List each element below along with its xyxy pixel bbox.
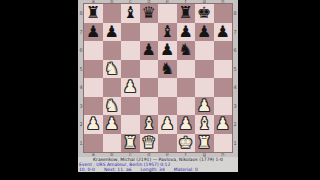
square-f8: ♜	[177, 4, 196, 23]
square-d2: ♝	[140, 115, 159, 134]
square-g3: ♟	[195, 97, 214, 116]
square-g5	[195, 60, 214, 79]
last-move: 10. 0-0	[79, 167, 95, 172]
square-c1: ♜	[121, 134, 140, 153]
square-h6	[214, 41, 233, 60]
square-b6	[103, 41, 122, 60]
black-rook-piece: ♜	[84, 4, 103, 23]
file-labels-bottom: abcdefgh	[84, 152, 232, 156]
rank-label-3: 3	[79, 97, 83, 116]
game-length: Length: 34	[141, 167, 165, 172]
rank-label-5: 5	[79, 60, 83, 79]
white-pawn-piece: ♟	[177, 115, 196, 134]
rank-label-5: 5	[233, 60, 237, 79]
square-e8	[158, 4, 177, 23]
white-queen-piece: ♛	[140, 134, 159, 153]
black-knight-piece: ♞	[158, 60, 177, 79]
black-pawn-piece: ♟	[177, 23, 196, 42]
black-pawn-piece: ♟	[214, 23, 233, 42]
square-a6	[84, 41, 103, 60]
square-d5	[140, 60, 159, 79]
square-e6: ♟	[158, 41, 177, 60]
square-c6	[121, 41, 140, 60]
black-bishop-piece: ♝	[158, 23, 177, 42]
black-knight-piece: ♞	[177, 41, 196, 60]
square-f6: ♞	[177, 41, 196, 60]
square-e7: ♝	[158, 23, 177, 42]
rank-label-6: 6	[79, 41, 83, 60]
rank-label-7: 7	[79, 23, 83, 42]
square-f5	[177, 60, 196, 79]
square-g1: ♜	[195, 134, 214, 153]
white-rook-piece: ♜	[121, 134, 140, 153]
square-a7: ♟	[84, 23, 103, 42]
video-frame: abcdefgh abcdefgh 87654321 87654321 ♜♝♛♜…	[0, 0, 320, 180]
square-d3	[140, 97, 159, 116]
black-queen-piece: ♛	[140, 4, 159, 23]
black-bishop-piece: ♝	[121, 4, 140, 23]
square-a5	[84, 60, 103, 79]
square-d7	[140, 23, 159, 42]
rank-label-8: 8	[233, 4, 237, 23]
square-c2	[121, 115, 140, 134]
square-g8: ♚	[195, 4, 214, 23]
square-a1	[84, 134, 103, 153]
square-h8	[214, 4, 233, 23]
square-g6	[195, 41, 214, 60]
square-f1: ♚	[177, 134, 196, 153]
square-d1: ♛	[140, 134, 159, 153]
white-pawn-piece: ♟	[158, 115, 177, 134]
white-knight-piece: ♞	[103, 60, 122, 79]
square-g4	[195, 78, 214, 97]
white-pawn-piece: ♟	[121, 78, 140, 97]
rank-labels-left: 87654321	[79, 4, 83, 152]
square-e2: ♟	[158, 115, 177, 134]
square-e5: ♞	[158, 60, 177, 79]
next-move: Next: 11. a6	[104, 167, 132, 172]
game-caption: Krasenkow, Michal (2191) — Pavlova, Niko…	[78, 157, 238, 172]
square-c8: ♝	[121, 4, 140, 23]
square-h1	[214, 134, 233, 153]
square-d8: ♛	[140, 4, 159, 23]
square-c7	[121, 23, 140, 42]
square-a4	[84, 78, 103, 97]
black-pawn-piece: ♟	[195, 23, 214, 42]
square-c5	[121, 60, 140, 79]
move-info-line: 10. 0-0 Next: 11. a6 Length: 34 Material…	[79, 167, 238, 172]
white-pawn-piece: ♟	[103, 115, 122, 134]
white-rook-piece: ♜	[195, 134, 214, 153]
square-h3	[214, 97, 233, 116]
square-h4	[214, 78, 233, 97]
chess-board: ♜♝♛♜♚♟♟♝♟♟♟♟♟♞♞♞♟♞♟♟♟♝♟♟♝♟♜♛♚♜	[84, 4, 232, 152]
white-king-piece: ♚	[177, 134, 196, 153]
letterbox-right	[238, 0, 320, 180]
letterbox-left	[0, 0, 78, 180]
square-a3	[84, 97, 103, 116]
square-e3	[158, 97, 177, 116]
square-d6: ♟	[140, 41, 159, 60]
white-pawn-piece: ♟	[214, 115, 233, 134]
square-e1	[158, 134, 177, 153]
square-b4	[103, 78, 122, 97]
material-balance: Material: 0	[174, 167, 198, 172]
rank-label-2: 2	[79, 115, 83, 134]
square-f3	[177, 97, 196, 116]
square-h7: ♟	[214, 23, 233, 42]
square-b1	[103, 134, 122, 153]
square-f2: ♟	[177, 115, 196, 134]
black-pawn-piece: ♟	[158, 41, 177, 60]
square-a2: ♟	[84, 115, 103, 134]
square-f7: ♟	[177, 23, 196, 42]
black-rook-piece: ♜	[177, 4, 196, 23]
rank-label-6: 6	[233, 41, 237, 60]
black-pawn-piece: ♟	[103, 23, 122, 42]
square-h5	[214, 60, 233, 79]
black-pawn-piece: ♟	[84, 23, 103, 42]
rank-label-4: 4	[79, 78, 83, 97]
rank-label-7: 7	[233, 23, 237, 42]
square-b5: ♞	[103, 60, 122, 79]
square-e4	[158, 78, 177, 97]
black-pawn-piece: ♟	[140, 41, 159, 60]
white-pawn-piece: ♟	[195, 97, 214, 116]
black-king-piece: ♚	[195, 4, 214, 23]
rank-label-1: 1	[79, 134, 83, 153]
rank-label-8: 8	[79, 4, 83, 23]
square-b3: ♞	[103, 97, 122, 116]
white-knight-piece: ♞	[103, 97, 122, 116]
square-h2: ♟	[214, 115, 233, 134]
square-g2: ♝	[195, 115, 214, 134]
square-b7: ♟	[103, 23, 122, 42]
rank-label-4: 4	[233, 78, 237, 97]
chess-app-frame: abcdefgh abcdefgh 87654321 87654321 ♜♝♛♜…	[78, 0, 238, 172]
square-b2: ♟	[103, 115, 122, 134]
square-c3	[121, 97, 140, 116]
rank-label-1: 1	[233, 134, 237, 153]
square-c4: ♟	[121, 78, 140, 97]
white-bishop-piece: ♝	[195, 115, 214, 134]
rank-labels-right: 87654321	[233, 4, 237, 152]
square-g7: ♟	[195, 23, 214, 42]
rank-label-2: 2	[233, 115, 237, 134]
rank-label-3: 3	[233, 97, 237, 116]
white-bishop-piece: ♝	[140, 115, 159, 134]
white-pawn-piece: ♟	[84, 115, 103, 134]
square-a8: ♜	[84, 4, 103, 23]
square-b8	[103, 4, 122, 23]
square-d4	[140, 78, 159, 97]
square-f4	[177, 78, 196, 97]
